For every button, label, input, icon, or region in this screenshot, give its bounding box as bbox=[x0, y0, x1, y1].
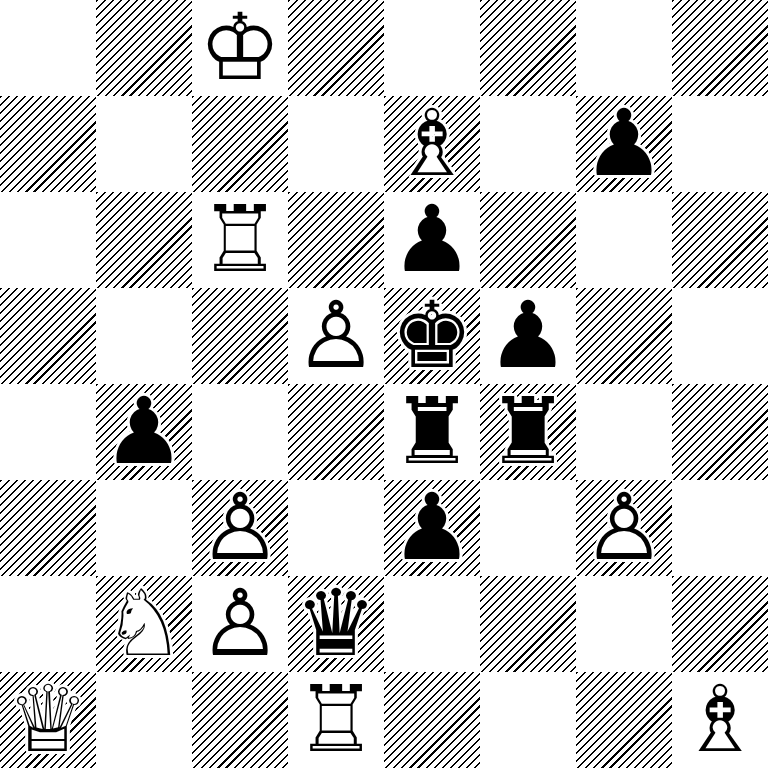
piece-black-pawn[interactable]: ♟♟ bbox=[576, 96, 672, 192]
piece-white-underlay: ♟ bbox=[384, 192, 480, 288]
square-d8[interactable] bbox=[288, 0, 384, 96]
square-d3[interactable] bbox=[288, 480, 384, 576]
white-pawn-glyph: ♙ bbox=[192, 480, 288, 576]
piece-white-pawn[interactable]: ♟♙ bbox=[288, 288, 384, 384]
piece-white-underlay: ♜ bbox=[384, 384, 480, 480]
square-h6[interactable] bbox=[672, 192, 768, 288]
square-b5[interactable] bbox=[96, 288, 192, 384]
square-d6[interactable] bbox=[288, 192, 384, 288]
piece-black-rook[interactable]: ♜♜ bbox=[480, 384, 576, 480]
square-e4[interactable]: ♜♜ bbox=[384, 384, 480, 480]
square-e5[interactable]: ♚♚ bbox=[384, 288, 480, 384]
white-pawn-glyph: ♙ bbox=[288, 288, 384, 384]
square-a4[interactable] bbox=[0, 384, 96, 480]
piece-black-pawn[interactable]: ♟♟ bbox=[480, 288, 576, 384]
square-c8[interactable]: ♚♔ bbox=[192, 0, 288, 96]
square-a5[interactable] bbox=[0, 288, 96, 384]
piece-white-underlay: ♜ bbox=[480, 384, 576, 480]
piece-white-rook[interactable]: ♜♖ bbox=[192, 192, 288, 288]
square-a3[interactable] bbox=[0, 480, 96, 576]
piece-white-underlay: ♞ bbox=[96, 576, 192, 672]
square-c3[interactable]: ♟♙ bbox=[192, 480, 288, 576]
piece-white-king[interactable]: ♚♔ bbox=[192, 0, 288, 96]
square-g3[interactable]: ♟♙ bbox=[576, 480, 672, 576]
piece-white-queen[interactable]: ♛♕ bbox=[0, 672, 96, 768]
white-rook-glyph: ♖ bbox=[192, 192, 288, 288]
square-e8[interactable] bbox=[384, 0, 480, 96]
square-c4[interactable] bbox=[192, 384, 288, 480]
square-h5[interactable] bbox=[672, 288, 768, 384]
piece-white-underlay: ♟ bbox=[480, 288, 576, 384]
square-g2[interactable] bbox=[576, 576, 672, 672]
square-f1[interactable] bbox=[480, 672, 576, 768]
square-f6[interactable] bbox=[480, 192, 576, 288]
square-h3[interactable] bbox=[672, 480, 768, 576]
piece-black-rook[interactable]: ♜♜ bbox=[384, 384, 480, 480]
piece-white-bishop[interactable]: ♝♗ bbox=[672, 672, 768, 768]
piece-black-queen[interactable]: ♛♛ bbox=[288, 576, 384, 672]
black-pawn-glyph: ♟ bbox=[480, 288, 576, 384]
white-pawn-glyph: ♙ bbox=[192, 576, 288, 672]
square-h1[interactable]: ♝♗ bbox=[672, 672, 768, 768]
square-f5[interactable]: ♟♟ bbox=[480, 288, 576, 384]
white-rook-glyph: ♖ bbox=[288, 672, 384, 768]
square-f8[interactable] bbox=[480, 0, 576, 96]
black-queen-glyph: ♛ bbox=[288, 576, 384, 672]
square-h2[interactable] bbox=[672, 576, 768, 672]
square-e2[interactable] bbox=[384, 576, 480, 672]
black-rook-glyph: ♜ bbox=[480, 384, 576, 480]
piece-white-underlay: ♜ bbox=[288, 672, 384, 768]
square-a7[interactable] bbox=[0, 96, 96, 192]
piece-white-underlay: ♟ bbox=[96, 384, 192, 480]
piece-white-underlay: ♟ bbox=[576, 480, 672, 576]
square-a1[interactable]: ♛♕ bbox=[0, 672, 96, 768]
white-bishop-glyph: ♗ bbox=[384, 96, 480, 192]
piece-black-pawn[interactable]: ♟♟ bbox=[96, 384, 192, 480]
piece-white-underlay: ♜ bbox=[192, 192, 288, 288]
piece-white-underlay: ♟ bbox=[192, 480, 288, 576]
piece-white-underlay: ♚ bbox=[192, 0, 288, 96]
square-e7[interactable]: ♝♗ bbox=[384, 96, 480, 192]
black-pawn-glyph: ♟ bbox=[384, 480, 480, 576]
square-b6[interactable] bbox=[96, 192, 192, 288]
square-d4[interactable] bbox=[288, 384, 384, 480]
square-h4[interactable] bbox=[672, 384, 768, 480]
square-a6[interactable] bbox=[0, 192, 96, 288]
white-knight-glyph: ♘ bbox=[96, 576, 192, 672]
chess-board: ♚♔♝♗♟♟♜♖♟♟♟♙♚♚♟♟♟♟♜♜♜♜♟♙♟♟♟♙♞♘♟♙♛♛♛♕♜♖♝♗ bbox=[0, 0, 768, 768]
square-f3[interactable] bbox=[480, 480, 576, 576]
square-h8[interactable] bbox=[672, 0, 768, 96]
square-b2[interactable]: ♞♘ bbox=[96, 576, 192, 672]
square-g4[interactable] bbox=[576, 384, 672, 480]
piece-white-knight[interactable]: ♞♘ bbox=[96, 576, 192, 672]
piece-white-pawn[interactable]: ♟♙ bbox=[576, 480, 672, 576]
white-king-glyph: ♔ bbox=[192, 0, 288, 96]
square-c6[interactable]: ♜♖ bbox=[192, 192, 288, 288]
square-b7[interactable] bbox=[96, 96, 192, 192]
square-g7[interactable]: ♟♟ bbox=[576, 96, 672, 192]
black-pawn-glyph: ♟ bbox=[384, 192, 480, 288]
piece-white-underlay: ♛ bbox=[288, 576, 384, 672]
square-c7[interactable] bbox=[192, 96, 288, 192]
square-g1[interactable] bbox=[576, 672, 672, 768]
piece-white-underlay: ♟ bbox=[576, 96, 672, 192]
square-b1[interactable] bbox=[96, 672, 192, 768]
piece-white-underlay: ♟ bbox=[384, 480, 480, 576]
black-king-glyph: ♚ bbox=[384, 288, 480, 384]
square-e6[interactable]: ♟♟ bbox=[384, 192, 480, 288]
square-f7[interactable] bbox=[480, 96, 576, 192]
square-a8[interactable] bbox=[0, 0, 96, 96]
piece-black-king[interactable]: ♚♚ bbox=[384, 288, 480, 384]
square-h7[interactable] bbox=[672, 96, 768, 192]
square-b4[interactable]: ♟♟ bbox=[96, 384, 192, 480]
square-f2[interactable] bbox=[480, 576, 576, 672]
piece-white-underlay: ♝ bbox=[384, 96, 480, 192]
piece-white-pawn[interactable]: ♟♙ bbox=[192, 480, 288, 576]
square-g6[interactable] bbox=[576, 192, 672, 288]
square-d2[interactable]: ♛♛ bbox=[288, 576, 384, 672]
square-d7[interactable] bbox=[288, 96, 384, 192]
piece-white-pawn[interactable]: ♟♙ bbox=[192, 576, 288, 672]
piece-white-bishop[interactable]: ♝♗ bbox=[384, 96, 480, 192]
square-c5[interactable] bbox=[192, 288, 288, 384]
square-d1[interactable]: ♜♖ bbox=[288, 672, 384, 768]
black-pawn-glyph: ♟ bbox=[96, 384, 192, 480]
black-pawn-glyph: ♟ bbox=[576, 96, 672, 192]
square-g8[interactable] bbox=[576, 0, 672, 96]
square-f4[interactable]: ♜♜ bbox=[480, 384, 576, 480]
piece-white-underlay: ♝ bbox=[672, 672, 768, 768]
white-bishop-glyph: ♗ bbox=[672, 672, 768, 768]
square-e1[interactable] bbox=[384, 672, 480, 768]
piece-white-underlay: ♟ bbox=[288, 288, 384, 384]
piece-white-underlay: ♛ bbox=[0, 672, 96, 768]
square-c1[interactable] bbox=[192, 672, 288, 768]
square-g5[interactable] bbox=[576, 288, 672, 384]
square-a2[interactable] bbox=[0, 576, 96, 672]
square-b8[interactable] bbox=[96, 0, 192, 96]
white-queen-glyph: ♕ bbox=[0, 672, 96, 768]
piece-white-underlay: ♟ bbox=[192, 576, 288, 672]
piece-black-pawn[interactable]: ♟♟ bbox=[384, 192, 480, 288]
piece-black-pawn[interactable]: ♟♟ bbox=[384, 480, 480, 576]
square-b3[interactable] bbox=[96, 480, 192, 576]
piece-white-rook[interactable]: ♜♖ bbox=[288, 672, 384, 768]
piece-white-underlay: ♚ bbox=[384, 288, 480, 384]
square-c2[interactable]: ♟♙ bbox=[192, 576, 288, 672]
black-rook-glyph: ♜ bbox=[384, 384, 480, 480]
square-e3[interactable]: ♟♟ bbox=[384, 480, 480, 576]
white-pawn-glyph: ♙ bbox=[576, 480, 672, 576]
square-d5[interactable]: ♟♙ bbox=[288, 288, 384, 384]
